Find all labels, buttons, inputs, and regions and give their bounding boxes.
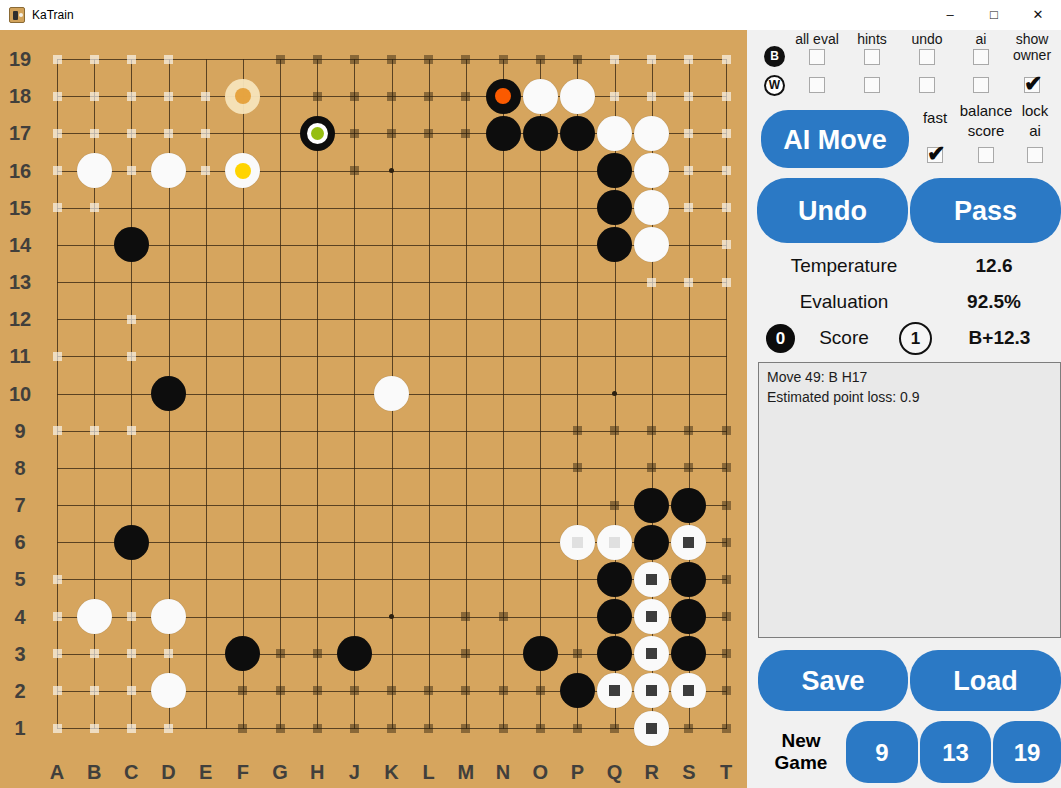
row-label-12: 12: [0, 308, 40, 331]
ownership-black-N19: [499, 55, 508, 64]
checkbox-white-all-eval[interactable]: [809, 77, 825, 93]
ownership-black-F1: [238, 724, 247, 733]
ownership-black-K17: [387, 129, 396, 138]
new-game-19-button[interactable]: 19: [993, 721, 1061, 783]
ownership-white-T14: [722, 240, 731, 249]
ownership-black-L18: [424, 92, 433, 101]
checkbox-white-hints[interactable]: [864, 77, 880, 93]
temperature-label: Temperature: [774, 255, 914, 277]
title-bar: KaTrain – □ ✕: [0, 0, 1061, 30]
katrain-window: KaTrain – □ ✕ 19181716151413121110987654…: [0, 0, 1061, 788]
white-player-badge: W: [764, 75, 785, 96]
stone-black-C6[interactable]: [114, 525, 149, 560]
ownership-black-M2: [461, 686, 470, 695]
go-board[interactable]: 19181716151413121110987654321ABCDEFGHJKL…: [0, 30, 747, 788]
star-point-K16: [389, 168, 394, 173]
col-label-L: L: [414, 761, 444, 784]
dead-white-mark-Q2: [609, 685, 620, 696]
ownership-white-A9: [53, 426, 62, 435]
last-move-eval-dot-H17: [311, 127, 324, 140]
ownership-black-N2: [499, 686, 508, 695]
row-label-14: 14: [0, 234, 40, 257]
row-label-10: 10: [0, 383, 40, 406]
header-show: show: [1016, 31, 1049, 47]
ownership-black-J1: [350, 724, 359, 733]
ownership-white-S17: [684, 129, 693, 138]
row-label-7: 7: [0, 494, 40, 517]
ownership-white-A19: [53, 55, 62, 64]
stone-black-Q4[interactable]: [597, 599, 632, 634]
grid-line-v: [429, 59, 430, 729]
stone-black-Q15[interactable]: [597, 190, 632, 225]
label-game: Game: [775, 752, 828, 773]
stone-black-F3[interactable]: [225, 636, 260, 671]
ownership-black-N4: [499, 612, 508, 621]
ownership-black-T9: [722, 426, 731, 435]
row-label-18: 18: [0, 85, 40, 108]
stone-black-S3[interactable]: [671, 636, 706, 671]
stone-black-N17[interactable]: [486, 116, 521, 151]
ownership-white-E16: [201, 166, 210, 175]
row-label-6: 6: [0, 531, 40, 554]
ownership-black-M4: [461, 612, 470, 621]
evaluation-value: 92.5%: [944, 291, 1044, 313]
ownership-white-C12: [127, 315, 136, 324]
row-label-17: 17: [0, 122, 40, 145]
ownership-white-Q18: [610, 92, 619, 101]
row-label-5: 5: [0, 568, 40, 591]
label-score-small: score: [968, 122, 1005, 139]
maximize-icon[interactable]: □: [972, 0, 1016, 30]
ownership-black-N1: [499, 724, 508, 733]
col-label-K: K: [377, 761, 407, 784]
checkbox-white-ai[interactable]: [973, 77, 989, 93]
row-label-16: 16: [0, 160, 40, 183]
checkbox-black-all-eval[interactable]: [809, 49, 825, 65]
new-game-label: New Game: [765, 730, 837, 774]
ownership-white-A17: [53, 129, 62, 138]
stone-white-R17[interactable]: [634, 116, 669, 151]
control-panel: all eval hints undo ai show owner B W AI…: [747, 30, 1061, 788]
col-label-M: M: [451, 761, 481, 784]
stone-white-B4[interactable]: [77, 599, 112, 634]
ownership-black-Q1: [610, 724, 619, 733]
dead-white-mark-R1: [646, 723, 657, 734]
dead-white-mark-R3: [646, 648, 657, 659]
header-all-eval: all eval: [787, 31, 847, 47]
ownership-black-G19: [276, 55, 285, 64]
ownership-black-L2: [424, 686, 433, 695]
ownership-black-K18: [387, 92, 396, 101]
stone-black-Q5[interactable]: [597, 562, 632, 597]
grid-line-h: [57, 505, 727, 506]
ownership-black-T4: [722, 612, 731, 621]
stone-white-D2[interactable]: [151, 673, 186, 708]
ownership-black-S1: [684, 724, 693, 733]
ownership-black-O1: [536, 724, 545, 733]
ownership-black-L17: [424, 129, 433, 138]
eval-dot-F16: [235, 163, 251, 179]
checkbox-black-undo[interactable]: [919, 49, 935, 65]
ownership-white-A2: [53, 686, 62, 695]
col-label-F: F: [228, 761, 258, 784]
ownership-black-G3: [276, 649, 285, 658]
header-hints: hints: [845, 31, 899, 47]
ownership-black-O2: [536, 686, 545, 695]
move-info-line1: Move 49: B H17: [767, 368, 1052, 388]
ownership-white-S13: [684, 278, 693, 287]
col-label-G: G: [265, 761, 295, 784]
new-game-9-button[interactable]: 9: [846, 721, 918, 783]
stone-black-S4[interactable]: [671, 599, 706, 634]
ownership-white-R13: [647, 278, 656, 287]
ownership-white-T16: [722, 166, 731, 175]
ownership-black-T3: [722, 649, 731, 658]
row-label-13: 13: [0, 271, 40, 294]
evaluation-label: Evaluation: [774, 291, 914, 313]
ownership-black-T5: [722, 575, 731, 584]
col-label-Q: Q: [600, 761, 630, 784]
ownership-black-M19: [461, 55, 470, 64]
dead-white-mark-S2: [683, 685, 694, 696]
stone-black-Q14[interactable]: [597, 227, 632, 262]
col-label-E: E: [191, 761, 221, 784]
ownership-white-A1: [53, 724, 62, 733]
white-captures-badge: 1: [899, 322, 932, 355]
ownership-black-T8: [722, 463, 731, 472]
stone-white-P18[interactable]: [560, 79, 595, 114]
ownership-white-C18: [127, 92, 136, 101]
stone-white-R14[interactable]: [634, 227, 669, 262]
stone-black-Q16[interactable]: [597, 153, 632, 188]
col-label-C: C: [116, 761, 146, 784]
checkbox-fast[interactable]: [927, 147, 943, 163]
row-label-11: 11: [0, 345, 40, 368]
ownership-black-R8: [647, 463, 656, 472]
ownership-white-C4: [127, 612, 136, 621]
ownership-black-O19: [536, 55, 545, 64]
app-icon: [9, 7, 25, 23]
ownership-white-A15: [53, 203, 62, 212]
ownership-black-T6: [722, 538, 731, 547]
header-ai: ai: [954, 31, 1008, 47]
ownership-black-P9: [573, 426, 582, 435]
score-value: B+12.3: [947, 327, 1052, 349]
ownership-white-C3: [127, 649, 136, 658]
grid-line-v: [577, 59, 578, 729]
ownership-black-T2: [722, 686, 731, 695]
ownership-black-K2: [387, 686, 396, 695]
ownership-black-J19: [350, 55, 359, 64]
col-label-H: H: [302, 761, 332, 784]
stone-black-Q3[interactable]: [597, 636, 632, 671]
ownership-black-H2: [313, 686, 322, 695]
undo-button[interactable]: Undo: [757, 178, 908, 243]
header-undo: undo: [900, 31, 954, 47]
col-label-P: P: [562, 761, 592, 784]
grid-line-v: [503, 59, 504, 729]
ownership-white-C11: [127, 352, 136, 361]
save-button[interactable]: Save: [758, 650, 908, 711]
ownership-white-C9: [127, 426, 136, 435]
stone-black-P17[interactable]: [560, 116, 595, 151]
col-label-T: T: [711, 761, 741, 784]
ownership-black-P19: [573, 55, 582, 64]
ownership-white-B2: [90, 686, 99, 695]
stone-black-C14[interactable]: [114, 227, 149, 262]
ownership-black-F2: [238, 686, 247, 695]
ownership-white-C1: [127, 724, 136, 733]
ownership-white-D17: [164, 129, 173, 138]
stone-white-O18[interactable]: [523, 79, 558, 114]
ownership-white-E18: [201, 92, 210, 101]
ownership-white-T15: [722, 203, 731, 212]
grid-line-h: [57, 468, 727, 469]
move-info-line2: Estimated point loss: 0.9: [767, 388, 1052, 408]
black-player-badge: B: [764, 46, 785, 67]
dead-white-mark-S6: [683, 537, 694, 548]
stone-white-B16[interactable]: [77, 153, 112, 188]
ownership-black-J2: [350, 686, 359, 695]
ownership-black-J18: [350, 92, 359, 101]
ownership-white-D1: [164, 724, 173, 733]
ownership-white-S18: [684, 92, 693, 101]
stone-black-P2[interactable]: [560, 673, 595, 708]
col-label-N: N: [488, 761, 518, 784]
ownership-black-L1: [424, 724, 433, 733]
ownership-black-Q9: [610, 426, 619, 435]
ownership-black-G2: [276, 686, 285, 695]
ownership-black-J16: [350, 166, 359, 175]
ownership-black-J17: [350, 129, 359, 138]
ownership-black-S9: [684, 426, 693, 435]
ownership-white-C19: [127, 55, 136, 64]
row-label-2: 2: [0, 680, 40, 703]
grid-line-v: [726, 59, 727, 729]
ownership-black-G1: [276, 724, 285, 733]
dead-white-mark-R5: [646, 574, 657, 585]
ownership-black-H1: [313, 724, 322, 733]
col-label-S: S: [674, 761, 704, 784]
ownership-white-B17: [90, 129, 99, 138]
ownership-white-T13: [722, 278, 731, 287]
row-label-9: 9: [0, 420, 40, 443]
header-owner: owner: [1013, 47, 1051, 63]
load-button[interactable]: Load: [910, 650, 1061, 711]
stone-white-D16[interactable]: [151, 153, 186, 188]
ownership-white-B18: [90, 92, 99, 101]
ownership-black-T7: [722, 501, 731, 510]
ownership-white-B3: [90, 649, 99, 658]
ownership-black-P3: [573, 649, 582, 658]
window-title: KaTrain: [32, 8, 74, 22]
move-info-box: Move 49: B H17 Estimated point loss: 0.9: [758, 362, 1061, 638]
stone-black-O17[interactable]: [523, 116, 558, 151]
ownership-black-M1: [461, 724, 470, 733]
score-label: Score: [804, 327, 884, 349]
ownership-white-C16: [127, 166, 136, 175]
checkbox-show-owner[interactable]: [1024, 77, 1040, 93]
ownership-white-D19: [164, 55, 173, 64]
stone-white-K10[interactable]: [374, 376, 409, 411]
col-label-D: D: [154, 761, 184, 784]
ownership-black-T1: [722, 724, 731, 733]
ownership-white-E17: [201, 129, 210, 138]
row-label-3: 3: [0, 643, 40, 666]
ai-move-button[interactable]: AI Move: [761, 110, 909, 168]
ownership-black-K19: [387, 55, 396, 64]
header-show-owner: show owner: [1002, 31, 1061, 63]
ownership-black-S8: [684, 463, 693, 472]
col-label-A: A: [42, 761, 72, 784]
checkbox-lock-ai[interactable]: [1027, 147, 1043, 163]
grid-line-h: [57, 431, 727, 432]
minimize-icon[interactable]: –: [928, 0, 972, 30]
stone-black-J3[interactable]: [337, 636, 372, 671]
star-point-Q10: [612, 391, 617, 396]
stone-white-R16[interactable]: [634, 153, 669, 188]
ownership-black-M17: [461, 129, 470, 138]
stone-white-D4[interactable]: [151, 599, 186, 634]
pass-button[interactable]: Pass: [910, 178, 1061, 243]
ownership-white-D18: [164, 92, 173, 101]
stone-black-R6[interactable]: [634, 525, 669, 560]
row-label-19: 19: [0, 48, 40, 71]
white-owned-mark-P6: [572, 537, 583, 548]
row-label-15: 15: [0, 197, 40, 220]
stone-white-R15[interactable]: [634, 190, 669, 225]
star-point-K4: [389, 614, 394, 619]
ownership-white-R19: [647, 55, 656, 64]
ghost-stone-core-F18: [235, 88, 251, 104]
ownership-white-Q19: [610, 55, 619, 64]
ownership-black-M18: [461, 92, 470, 101]
ownership-white-B19: [90, 55, 99, 64]
new-game-13-button[interactable]: 13: [920, 721, 991, 783]
ownership-white-S19: [684, 55, 693, 64]
dead-white-mark-R4: [646, 611, 657, 622]
ownership-white-A11: [53, 352, 62, 361]
row-label-8: 8: [0, 457, 40, 480]
ownership-white-T17: [722, 129, 731, 138]
ownership-white-B1: [90, 724, 99, 733]
row-label-1: 1: [0, 717, 40, 740]
ownership-black-K1: [387, 724, 396, 733]
ownership-black-H3: [313, 649, 322, 658]
checkbox-balance-score[interactable]: [978, 147, 994, 163]
ownership-black-M3: [461, 649, 470, 658]
stone-black-R7[interactable]: [634, 488, 669, 523]
ownership-white-A4: [53, 612, 62, 621]
ownership-white-B15: [90, 203, 99, 212]
ownership-white-S16: [684, 166, 693, 175]
ownership-black-H19: [313, 55, 322, 64]
ownership-white-C2: [127, 686, 136, 695]
grid-line-v: [466, 59, 467, 729]
close-icon[interactable]: ✕: [1016, 0, 1060, 30]
temperature-value: 12.6: [944, 255, 1044, 277]
ownership-black-P1: [573, 724, 582, 733]
checkbox-white-undo[interactable]: [919, 77, 935, 93]
ownership-white-R18: [647, 92, 656, 101]
ownership-white-T19: [722, 55, 731, 64]
ownership-black-P8: [573, 463, 582, 472]
grid-line-v: [540, 59, 541, 729]
row-label-4: 4: [0, 606, 40, 629]
stone-black-S7[interactable]: [671, 488, 706, 523]
col-label-R: R: [637, 761, 667, 784]
ownership-black-L19: [424, 55, 433, 64]
ownership-white-A16: [53, 166, 62, 175]
checkbox-black-ai[interactable]: [973, 49, 989, 65]
ownership-black-H18: [313, 92, 322, 101]
label-lock-ai: lock ai: [1005, 101, 1061, 141]
ownership-white-S15: [684, 203, 693, 212]
stone-white-Q17[interactable]: [597, 116, 632, 151]
black-captures-badge: 0: [766, 324, 795, 353]
checkbox-black-hints[interactable]: [864, 49, 880, 65]
stone-black-O3[interactable]: [523, 636, 558, 671]
ownership-white-A18: [53, 92, 62, 101]
ownership-white-A5: [53, 575, 62, 584]
white-owned-mark-Q6: [609, 537, 620, 548]
ownership-black-Q7: [610, 501, 619, 510]
ownership-white-D3: [164, 649, 173, 658]
ownership-white-C17: [127, 129, 136, 138]
label-ai-small: ai: [1029, 122, 1041, 139]
col-label-B: B: [79, 761, 109, 784]
dead-white-mark-R2: [646, 685, 657, 696]
ownership-black-R9: [647, 426, 656, 435]
ownership-white-A3: [53, 649, 62, 658]
stone-black-D10[interactable]: [151, 376, 186, 411]
col-label-O: O: [525, 761, 555, 784]
label-lock: lock: [1022, 102, 1049, 119]
label-new: New: [781, 730, 820, 751]
ownership-white-B9: [90, 426, 99, 435]
ownership-white-T18: [722, 92, 731, 101]
stone-black-S5[interactable]: [671, 562, 706, 597]
col-label-J: J: [339, 761, 369, 784]
